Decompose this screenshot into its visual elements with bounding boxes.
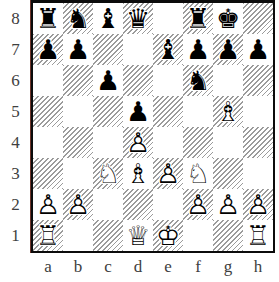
- square-e4[interactable]: [153, 127, 183, 158]
- black-pawn: ♟: [123, 96, 153, 127]
- black-pawn: ♟: [33, 34, 63, 65]
- square-a8[interactable]: ♜: [33, 3, 63, 34]
- square-e3[interactable]: ♟♙: [153, 158, 183, 189]
- black-king: ♚: [213, 3, 243, 34]
- square-f3[interactable]: ♞♘: [183, 158, 213, 189]
- square-c8[interactable]: ♝: [93, 3, 123, 34]
- file-label-f: f: [183, 255, 213, 279]
- white-king-fill: ♚: [153, 220, 183, 251]
- square-h8[interactable]: [243, 3, 273, 34]
- square-e5[interactable]: [153, 96, 183, 127]
- file-label-h: h: [243, 255, 273, 279]
- chess-board: ♜♞♝♛♜♚♟♟♝♟♟♟♟♞♟♝♗♟♙♞♘♝♗♟♙♞♘♟♙♟♙♟♙♟♙♟♙♜♖♛…: [31, 0, 275, 253]
- white-bishop: ♗: [123, 158, 153, 189]
- square-e8[interactable]: [153, 3, 183, 34]
- square-a1[interactable]: ♜♖: [33, 220, 63, 251]
- chess-diagram: 8 7 6 5 4 3 2 1 ♜♞♝♛♜♚♟♟♝♟♟♟♟♞♟♝♗♟♙♞♘♝♗♟…: [0, 0, 279, 282]
- white-pawn-fill: ♟: [33, 189, 63, 220]
- black-pawn: ♟: [243, 34, 273, 65]
- square-b4[interactable]: [63, 127, 93, 158]
- white-pawn-fill: ♟: [183, 189, 213, 220]
- white-bishop: ♗: [213, 96, 243, 127]
- square-g7[interactable]: ♟: [213, 34, 243, 65]
- black-rook: ♜: [33, 3, 63, 34]
- rank-label-3: 3: [0, 158, 31, 189]
- square-h5[interactable]: [243, 96, 273, 127]
- black-pawn: ♟: [63, 34, 93, 65]
- black-pawn: ♟: [93, 65, 123, 96]
- square-e2[interactable]: [153, 189, 183, 220]
- white-pawn-fill: ♟: [123, 127, 153, 158]
- square-b2[interactable]: ♟♙: [63, 189, 93, 220]
- white-pawn: ♙: [243, 189, 273, 220]
- square-d8[interactable]: ♛: [123, 3, 153, 34]
- square-d7[interactable]: [123, 34, 153, 65]
- square-b5[interactable]: [63, 96, 93, 127]
- black-bishop: ♝: [153, 34, 183, 65]
- square-d3[interactable]: ♝♗: [123, 158, 153, 189]
- white-rook: ♖: [243, 220, 273, 251]
- square-h3[interactable]: [243, 158, 273, 189]
- square-d5[interactable]: ♟: [123, 96, 153, 127]
- square-c4[interactable]: [93, 127, 123, 158]
- white-rook: ♖: [33, 220, 63, 251]
- square-g1[interactable]: [213, 220, 243, 251]
- square-g6[interactable]: [213, 65, 243, 96]
- white-pawn-fill: ♟: [243, 189, 273, 220]
- white-pawn: ♙: [63, 189, 93, 220]
- rank-labels: 8 7 6 5 4 3 2 1: [0, 3, 31, 251]
- square-b7[interactable]: ♟: [63, 34, 93, 65]
- black-pawn: ♟: [213, 34, 243, 65]
- square-e1[interactable]: ♚♔: [153, 220, 183, 251]
- white-pawn: ♙: [33, 189, 63, 220]
- white-pawn: ♙: [213, 189, 243, 220]
- rank-label-5: 5: [0, 96, 31, 127]
- square-e7[interactable]: ♝: [153, 34, 183, 65]
- square-g8[interactable]: ♚: [213, 3, 243, 34]
- file-label-c: c: [93, 255, 123, 279]
- square-h7[interactable]: ♟: [243, 34, 273, 65]
- square-d4[interactable]: ♟♙: [123, 127, 153, 158]
- square-g5[interactable]: ♝♗: [213, 96, 243, 127]
- rank-label-2: 2: [0, 189, 31, 220]
- square-f7[interactable]: ♟: [183, 34, 213, 65]
- square-a3[interactable]: [33, 158, 63, 189]
- white-pawn: ♙: [153, 158, 183, 189]
- black-bishop: ♝: [93, 3, 123, 34]
- square-h1[interactable]: ♜♖: [243, 220, 273, 251]
- white-pawn-fill: ♟: [153, 158, 183, 189]
- square-b3[interactable]: [63, 158, 93, 189]
- file-labels: a b c d e f g h: [33, 255, 273, 279]
- square-a4[interactable]: [33, 127, 63, 158]
- file-label-g: g: [213, 255, 243, 279]
- square-f6[interactable]: ♞: [183, 65, 213, 96]
- square-b8[interactable]: ♞: [63, 3, 93, 34]
- square-b1[interactable]: [63, 220, 93, 251]
- white-queen-fill: ♛: [123, 220, 153, 251]
- square-a6[interactable]: [33, 65, 63, 96]
- file-label-a: a: [33, 255, 63, 279]
- file-label-d: d: [123, 255, 153, 279]
- white-rook-fill: ♜: [33, 220, 63, 251]
- square-h4[interactable]: [243, 127, 273, 158]
- black-rook: ♜: [183, 3, 213, 34]
- square-g2[interactable]: ♟♙: [213, 189, 243, 220]
- black-queen: ♛: [123, 3, 153, 34]
- square-c7[interactable]: [93, 34, 123, 65]
- square-a5[interactable]: [33, 96, 63, 127]
- square-g3[interactable]: [213, 158, 243, 189]
- square-c2[interactable]: [93, 189, 123, 220]
- white-knight-fill: ♞: [93, 158, 123, 189]
- white-knight: ♘: [93, 158, 123, 189]
- square-c1[interactable]: [93, 220, 123, 251]
- black-knight: ♞: [183, 65, 213, 96]
- white-pawn-fill: ♟: [213, 189, 243, 220]
- white-pawn: ♙: [183, 189, 213, 220]
- square-h6[interactable]: [243, 65, 273, 96]
- white-bishop-fill: ♝: [123, 158, 153, 189]
- rank-label-1: 1: [0, 220, 31, 251]
- rank-label-6: 6: [0, 65, 31, 96]
- square-d1[interactable]: ♛♕: [123, 220, 153, 251]
- square-c6[interactable]: ♟: [93, 65, 123, 96]
- file-label-b: b: [63, 255, 93, 279]
- rank-label-4: 4: [0, 127, 31, 158]
- black-knight: ♞: [63, 3, 93, 34]
- white-queen: ♕: [123, 220, 153, 251]
- white-rook-fill: ♜: [243, 220, 273, 251]
- square-f8[interactable]: ♜: [183, 3, 213, 34]
- white-knight-fill: ♞: [183, 158, 213, 189]
- white-king: ♔: [153, 220, 183, 251]
- square-f5[interactable]: [183, 96, 213, 127]
- square-f4[interactable]: [183, 127, 213, 158]
- square-f2[interactable]: ♟♙: [183, 189, 213, 220]
- square-g4[interactable]: [213, 127, 243, 158]
- white-knight: ♘: [183, 158, 213, 189]
- rank-label-7: 7: [0, 34, 31, 65]
- square-b6[interactable]: [63, 65, 93, 96]
- square-d6[interactable]: [123, 65, 153, 96]
- white-pawn-fill: ♟: [63, 189, 93, 220]
- square-e6[interactable]: [153, 65, 183, 96]
- file-label-e: e: [153, 255, 183, 279]
- square-a7[interactable]: ♟: [33, 34, 63, 65]
- black-pawn: ♟: [183, 34, 213, 65]
- rank-label-8: 8: [0, 3, 31, 34]
- square-d2[interactable]: [123, 189, 153, 220]
- square-f1[interactable]: [183, 220, 213, 251]
- square-c3[interactable]: ♞♘: [93, 158, 123, 189]
- square-h2[interactable]: ♟♙: [243, 189, 273, 220]
- white-pawn: ♙: [123, 127, 153, 158]
- white-bishop-fill: ♝: [213, 96, 243, 127]
- square-c5[interactable]: [93, 96, 123, 127]
- square-a2[interactable]: ♟♙: [33, 189, 63, 220]
